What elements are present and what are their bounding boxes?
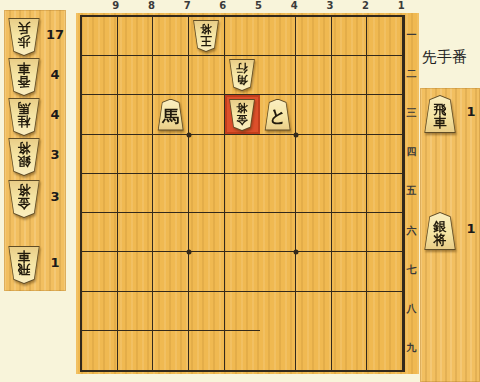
square-7-3[interactable]: 馬 (153, 95, 189, 134)
shogi-piece-馬[interactable]: 馬 (157, 99, 185, 131)
hand-count: 1 (459, 104, 480, 119)
gote-hand-歩兵[interactable]: 歩兵17 (7, 18, 63, 56)
square-2-9[interactable] (332, 331, 368, 370)
square-7-7[interactable] (153, 252, 189, 291)
square-5-8[interactable] (225, 292, 261, 331)
square-4-9[interactable] (260, 331, 296, 370)
square-7-1[interactable] (153, 17, 189, 56)
square-4-2[interactable] (260, 56, 296, 95)
square-4-7[interactable] (260, 252, 296, 291)
square-6-7[interactable] (189, 252, 225, 291)
square-4-6[interactable] (260, 213, 296, 252)
square-3-5[interactable] (296, 174, 332, 213)
square-3-4[interactable] (296, 135, 332, 174)
square-4-4[interactable] (260, 135, 296, 174)
square-5-1[interactable] (225, 17, 261, 56)
piece-kanji: 飛車 (423, 95, 457, 133)
turn-indicator: 先手番 (422, 48, 480, 67)
square-8-1[interactable] (118, 17, 154, 56)
square-7-6[interactable] (153, 213, 189, 252)
piece-kanji: 角行 (228, 59, 256, 91)
square-1-1[interactable] (367, 17, 403, 56)
square-1-6[interactable] (367, 213, 403, 252)
square-9-5[interactable] (82, 174, 118, 213)
square-9-2[interactable] (82, 56, 118, 95)
square-9-8[interactable] (82, 292, 118, 331)
shogi-board: 王将角行馬金将と (76, 13, 419, 374)
file-label-4: 4 (276, 0, 312, 13)
square-8-7[interactable] (118, 252, 154, 291)
square-3-2[interactable] (296, 56, 332, 95)
square-3-9[interactable] (296, 331, 332, 370)
square-1-7[interactable] (367, 252, 403, 291)
rank-coordinate-labels: 一二三四五六七八九 (405, 15, 418, 368)
gote-hand-銀将[interactable]: 銀将3 (7, 138, 63, 176)
piece-kanji: 金将 (228, 99, 256, 131)
square-3-7[interactable] (296, 252, 332, 291)
square-1-2[interactable] (367, 56, 403, 95)
file-label-7: 7 (169, 0, 205, 13)
shogi-piece-飛車[interactable]: 飛車 (7, 246, 41, 284)
piece-kanji: 金将 (7, 180, 41, 218)
square-5-7[interactable] (225, 252, 261, 291)
piece-kanji: 馬 (157, 99, 185, 131)
sente-hand-銀将[interactable]: 銀将1 (423, 212, 479, 250)
square-2-3[interactable] (332, 95, 368, 134)
square-5-5[interactable] (225, 174, 261, 213)
square-2-8[interactable] (332, 292, 368, 331)
square-7-8[interactable] (153, 292, 189, 331)
rank-label-9: 九 (405, 329, 418, 368)
hand-count: 3 (43, 147, 67, 162)
shogi-diagram: { "game": "shogi", "position": { "sfen":… (0, 0, 480, 382)
square-6-1[interactable]: 王将 (189, 17, 225, 56)
rank-label-1: 一 (405, 15, 418, 54)
square-8-8[interactable] (118, 292, 154, 331)
gote-hand-桂馬[interactable]: 桂馬4 (7, 98, 63, 136)
file-label-9: 9 (98, 0, 134, 13)
square-3-3[interactable] (296, 95, 332, 134)
square-9-7[interactable] (82, 252, 118, 291)
square-4-1[interactable] (260, 17, 296, 56)
file-label-6: 6 (205, 0, 241, 13)
square-2-2[interactable] (332, 56, 368, 95)
square-9-6[interactable] (82, 213, 118, 252)
square-6-4[interactable] (189, 135, 225, 174)
hand-count: 17 (43, 27, 67, 42)
square-2-1[interactable] (332, 17, 368, 56)
piece-kanji: と (264, 99, 292, 131)
file-label-1: 1 (383, 0, 419, 13)
piece-kanji: 銀将 (423, 212, 457, 250)
square-6-5[interactable] (189, 174, 225, 213)
piece-kanji: 桂馬 (7, 98, 41, 136)
square-1-9[interactable] (367, 331, 403, 370)
hand-count: 3 (43, 189, 67, 204)
square-1-4[interactable] (367, 135, 403, 174)
file-label-8: 8 (134, 0, 170, 13)
square-9-4[interactable] (82, 135, 118, 174)
gote-hand-金将[interactable]: 金将3 (7, 180, 63, 218)
square-7-5[interactable] (153, 174, 189, 213)
rank-label-2: 二 (405, 54, 418, 93)
shogi-piece-王将[interactable]: 王将 (192, 20, 220, 52)
piece-kanji: 銀将 (7, 138, 41, 176)
square-2-4[interactable] (332, 135, 368, 174)
square-5-4[interactable] (225, 135, 261, 174)
square-8-6[interactable] (118, 213, 154, 252)
square-4-3[interactable]: と (260, 95, 296, 134)
shogi-piece-銀将[interactable]: 銀将 (423, 212, 457, 250)
hand-count: 1 (459, 221, 480, 236)
square-3-8[interactable] (296, 292, 332, 331)
file-label-2: 2 (348, 0, 384, 13)
square-8-4[interactable] (118, 135, 154, 174)
square-5-9[interactable] (225, 331, 261, 370)
shogi-piece-金将[interactable]: 金将 (7, 180, 41, 218)
file-coordinate-labels: 987654321 (98, 0, 419, 13)
square-7-2[interactable] (153, 56, 189, 95)
shogi-piece-香車[interactable]: 香車 (7, 58, 41, 96)
square-1-8[interactable] (367, 292, 403, 331)
piece-kanji: 歩兵 (7, 18, 41, 56)
square-2-6[interactable] (332, 213, 368, 252)
square-6-6[interactable] (189, 213, 225, 252)
square-2-5[interactable] (332, 174, 368, 213)
shogi-piece-と[interactable]: と (264, 99, 292, 131)
file-label-3: 3 (312, 0, 348, 13)
square-3-1[interactable] (296, 17, 332, 56)
shogi-piece-金将[interactable]: 金将 (228, 99, 256, 131)
piece-kanji: 王将 (192, 20, 220, 52)
hand-count: 1 (43, 255, 67, 270)
rank-label-6: 六 (405, 211, 418, 250)
square-9-1[interactable] (82, 17, 118, 56)
square-6-9[interactable] (189, 331, 225, 370)
piece-kanji: 香車 (7, 58, 41, 96)
square-3-6[interactable] (296, 213, 332, 252)
square-6-8[interactable] (189, 292, 225, 331)
shogi-piece-銀将[interactable]: 銀将 (7, 138, 41, 176)
hand-count: 4 (43, 107, 67, 122)
square-6-3[interactable] (189, 95, 225, 134)
file-label-5: 5 (241, 0, 277, 13)
square-7-4[interactable] (153, 135, 189, 174)
shogi-piece-角行[interactable]: 角行 (228, 59, 256, 91)
square-9-9[interactable] (82, 331, 118, 370)
piece-kanji: 飛車 (7, 246, 41, 284)
gote-hand-香車[interactable]: 香車4 (7, 58, 63, 96)
square-9-3[interactable] (82, 95, 118, 134)
rank-label-5: 五 (405, 172, 418, 211)
rank-label-8: 八 (405, 290, 418, 329)
square-4-5[interactable] (260, 174, 296, 213)
hand-count: 4 (43, 67, 67, 82)
sente-hand-飛車[interactable]: 飛車1 (423, 95, 479, 133)
gote-captured-tray: 歩兵17香車4桂馬4銀将3金将3飛車1 (4, 10, 66, 291)
rank-label-4: 四 (405, 133, 418, 172)
square-1-5[interactable] (367, 174, 403, 213)
square-8-3[interactable] (118, 95, 154, 134)
square-5-2[interactable]: 角行 (225, 56, 261, 95)
gote-hand-飛車[interactable]: 飛車1 (7, 246, 63, 284)
rank-label-7: 七 (405, 250, 418, 289)
square-8-5[interactable] (118, 174, 154, 213)
square-2-7[interactable] (332, 252, 368, 291)
square-7-9[interactable] (153, 331, 189, 370)
square-8-9[interactable] (118, 331, 154, 370)
shogi-piece-桂馬[interactable]: 桂馬 (7, 98, 41, 136)
square-8-2[interactable] (118, 56, 154, 95)
sente-captured-tray: 飛車1銀将1 (420, 88, 480, 382)
shogi-piece-歩兵[interactable]: 歩兵 (7, 18, 41, 56)
square-1-3[interactable] (367, 95, 403, 134)
square-5-6[interactable] (225, 213, 261, 252)
shogi-piece-飛車[interactable]: 飛車 (423, 95, 457, 133)
square-5-3[interactable]: 金将 (225, 95, 261, 134)
square-6-2[interactable] (189, 56, 225, 95)
square-4-8[interactable] (260, 292, 296, 331)
rank-label-3: 三 (405, 93, 418, 132)
board-grid: 王将角行馬金将と (80, 15, 405, 372)
